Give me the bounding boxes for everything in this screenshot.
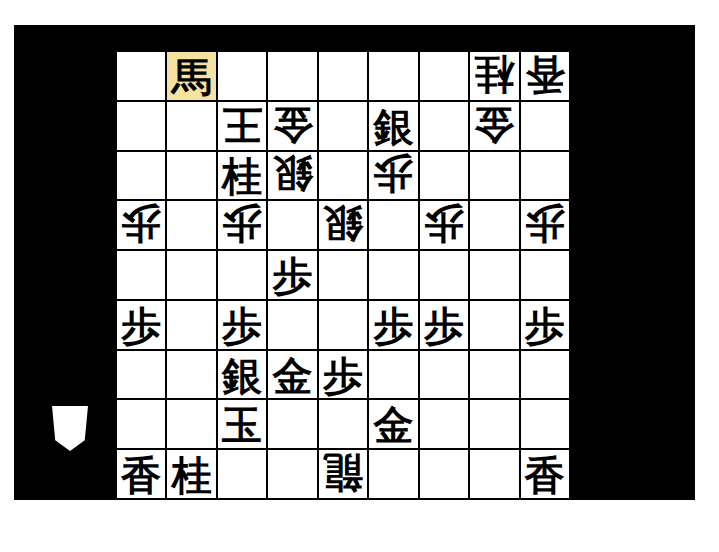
shogi-piece-sente-knight: 桂: [172, 455, 212, 495]
board-cell-r7c2[interactable]: [167, 351, 215, 399]
board-cell-r6c7[interactable]: 歩: [420, 301, 468, 349]
board-cell-r7c3[interactable]: 銀: [218, 351, 266, 399]
shogi-piece-sente-silver: 銀: [222, 356, 262, 396]
shogi-piece-gote-silver: 銀: [323, 204, 363, 244]
board-cell-r4c6[interactable]: [369, 201, 417, 249]
shogi-piece-sente-gold: 金: [273, 356, 313, 396]
board-cell-r1c9[interactable]: 香: [521, 52, 569, 100]
board-cell-r3c4[interactable]: 銀: [268, 152, 316, 200]
board-cell-r7c1[interactable]: [117, 351, 165, 399]
shogi-board: 馬桂香王金銀金桂銀歩歩歩銀歩歩歩歩歩歩歩歩銀金歩玉金香桂龍香: [117, 52, 569, 498]
board-cell-r8c7[interactable]: [420, 400, 468, 448]
board-cell-r6c8[interactable]: [470, 301, 518, 349]
board-cell-r6c9[interactable]: 歩: [521, 301, 569, 349]
board-cell-r6c3[interactable]: 歩: [218, 301, 266, 349]
board-cell-r9c5[interactable]: 龍: [319, 450, 367, 498]
board-cell-r9c1[interactable]: 香: [117, 450, 165, 498]
board-cell-r8c4[interactable]: [268, 400, 316, 448]
shogi-piece-gote-silver: 銀: [273, 154, 313, 194]
board-cell-r7c7[interactable]: [420, 351, 468, 399]
board-cell-r3c8[interactable]: [470, 152, 518, 200]
board-cell-r8c6[interactable]: 金: [369, 400, 417, 448]
shogi-piece-sente-pawn: 歩: [373, 306, 413, 346]
board-cell-r7c8[interactable]: [470, 351, 518, 399]
board-cell-r5c8[interactable]: [470, 251, 518, 299]
shogi-piece-gote-pawn: 歩: [373, 154, 413, 194]
shogi-piece-sente-knight: 桂: [222, 156, 262, 196]
board-cell-r9c2[interactable]: 桂: [167, 450, 215, 498]
shogi-piece-sente-pawn: 歩: [424, 306, 464, 346]
board-cell-r7c5[interactable]: 歩: [319, 351, 367, 399]
shogi-piece-gote-knight: 桂: [474, 55, 514, 95]
shogi-piece-sente-pawn: 歩: [273, 256, 313, 296]
shogi-piece-sente-lance: 香: [525, 455, 565, 495]
board-cell-r4c7[interactable]: 歩: [420, 201, 468, 249]
shogi-piece-gote-king: 王: [222, 105, 262, 145]
board-cell-r2c1[interactable]: [117, 102, 165, 150]
board-cell-r2c9[interactable]: [521, 102, 569, 150]
shogi-piece-sente-pawn: 歩: [323, 356, 363, 396]
board-cell-r8c2[interactable]: [167, 400, 215, 448]
board-cell-r2c7[interactable]: [420, 102, 468, 150]
shogi-piece-gote-dragon: 龍: [323, 453, 363, 493]
board-cell-r1c5[interactable]: [319, 52, 367, 100]
board-cell-r4c2[interactable]: [167, 201, 215, 249]
shogi-piece-sente-pawn: 歩: [222, 306, 262, 346]
board-cell-r5c4[interactable]: 歩: [268, 251, 316, 299]
board-cell-r3c5[interactable]: [319, 152, 367, 200]
board-cell-r6c6[interactable]: 歩: [369, 301, 417, 349]
shogi-piece-gote-pawn: 歩: [121, 204, 161, 244]
board-cell-r2c8[interactable]: 金: [470, 102, 518, 150]
board-cell-r5c6[interactable]: [369, 251, 417, 299]
shogi-piece-gote-gold: 金: [273, 105, 313, 145]
board-cell-r2c3[interactable]: 王: [218, 102, 266, 150]
shogi-piece-sente-pawn: 歩: [121, 306, 161, 346]
board-cell-r4c4[interactable]: [268, 201, 316, 249]
board-cell-r8c3[interactable]: 玉: [218, 400, 266, 448]
board-cell-r3c1[interactable]: [117, 152, 165, 200]
board-cell-r2c4[interactable]: 金: [268, 102, 316, 150]
board-cell-r6c2[interactable]: [167, 301, 215, 349]
board-cell-r1c4[interactable]: [268, 52, 316, 100]
board-cell-r3c7[interactable]: [420, 152, 468, 200]
board-cell-r5c2[interactable]: [167, 251, 215, 299]
board-cell-r5c5[interactable]: [319, 251, 367, 299]
shogi-piece-gote-pawn: 歩: [525, 204, 565, 244]
board-cell-r5c1[interactable]: [117, 251, 165, 299]
shogi-piece-sente-promoted-bishop: 馬: [172, 57, 212, 97]
board-cell-r1c7[interactable]: [420, 52, 468, 100]
board-cell-r7c9[interactable]: [521, 351, 569, 399]
board-cell-r3c2[interactable]: [167, 152, 215, 200]
board-cell-r7c4[interactable]: 金: [268, 351, 316, 399]
board-cell-r9c9[interactable]: 香: [521, 450, 569, 498]
board-cell-r2c6[interactable]: 銀: [369, 102, 417, 150]
board-cell-r4c9[interactable]: 歩: [521, 201, 569, 249]
board-cell-r1c8[interactable]: 桂: [470, 52, 518, 100]
shogi-piece-gote-lance: 香: [525, 55, 565, 95]
board-cell-r3c3[interactable]: 桂: [218, 152, 266, 200]
board-cell-r1c2[interactable]: 馬: [167, 52, 215, 100]
board-cell-r5c3[interactable]: [218, 251, 266, 299]
shogi-piece-sente-silver: 銀: [373, 107, 413, 147]
board-cell-r7c6[interactable]: [369, 351, 417, 399]
board-cell-r2c5[interactable]: [319, 102, 367, 150]
board-cell-r9c7[interactable]: [420, 450, 468, 498]
shogi-piece-sente-king: 玉: [222, 405, 262, 445]
board-cell-r9c4[interactable]: [268, 450, 316, 498]
shogi-piece-sente-pawn: 歩: [525, 306, 565, 346]
board-cell-r4c5[interactable]: 銀: [319, 201, 367, 249]
board-cell-r9c6[interactable]: [369, 450, 417, 498]
shogi-piece-gote-pawn: 歩: [222, 204, 262, 244]
shogi-piece-sente-lance: 香: [121, 455, 161, 495]
board-cell-r5c7[interactable]: [420, 251, 468, 299]
board-cell-r8c5[interactable]: [319, 400, 367, 448]
board-cell-r8c9[interactable]: [521, 400, 569, 448]
shogi-piece-gote-gold: 金: [474, 105, 514, 145]
board-cell-r4c8[interactable]: [470, 201, 518, 249]
board-cell-r6c4[interactable]: [268, 301, 316, 349]
board-cell-r4c1[interactable]: 歩: [117, 201, 165, 249]
board-cell-r4c3[interactable]: 歩: [218, 201, 266, 249]
board-cell-r8c1[interactable]: [117, 400, 165, 448]
board-cell-r1c1[interactable]: [117, 52, 165, 100]
board-cell-r6c5[interactable]: [319, 301, 367, 349]
shogi-piece-sente-gold: 金: [373, 405, 413, 445]
board-cell-r8c8[interactable]: [470, 400, 518, 448]
board-cell-r3c9[interactable]: [521, 152, 569, 200]
board-cell-r1c6[interactable]: [369, 52, 417, 100]
board-cell-r9c8[interactable]: [470, 450, 518, 498]
board-cell-r1c3[interactable]: [218, 52, 266, 100]
board-cell-r5c9[interactable]: [521, 251, 569, 299]
board-cell-r3c6[interactable]: 歩: [369, 152, 417, 200]
board-cell-r9c3[interactable]: [218, 450, 266, 498]
shogi-piece-gote-pawn: 歩: [424, 204, 464, 244]
board-cell-r6c1[interactable]: 歩: [117, 301, 165, 349]
board-cell-r2c2[interactable]: [167, 102, 215, 150]
